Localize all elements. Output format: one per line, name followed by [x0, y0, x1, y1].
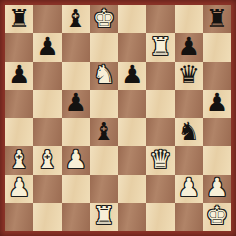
square-a7[interactable] [5, 33, 33, 61]
square-c2[interactable] [62, 175, 90, 203]
black-pawn-icon: ♟ [8, 62, 30, 87]
square-g7[interactable]: ♟ [175, 33, 203, 61]
black-rook-icon: ♜ [8, 6, 30, 31]
square-d7[interactable] [90, 33, 118, 61]
square-f5[interactable] [146, 90, 174, 118]
square-g2[interactable]: ♟ [175, 175, 203, 203]
square-c8[interactable]: ♝ [62, 5, 90, 33]
square-d5[interactable] [90, 90, 118, 118]
square-g4[interactable]: ♞ [175, 118, 203, 146]
square-g3[interactable] [175, 146, 203, 174]
square-e5[interactable] [118, 90, 146, 118]
square-e1[interactable] [118, 203, 146, 231]
square-b7[interactable]: ♟ [33, 33, 61, 61]
square-f8[interactable] [146, 5, 174, 33]
white-bishop-icon: ♝ [8, 147, 30, 172]
white-queen-icon: ♛ [149, 147, 171, 172]
square-g8[interactable] [175, 5, 203, 33]
black-bishop-icon: ♝ [93, 119, 115, 144]
square-f6[interactable] [146, 62, 174, 90]
black-pawn-icon: ♟ [64, 90, 86, 115]
black-knight-icon: ♞ [177, 119, 199, 144]
square-b8[interactable] [33, 5, 61, 33]
square-g6[interactable]: ♛ [175, 62, 203, 90]
chess-board-frame: ♜♝♚♜♟♜♟♟♞♟♛♟♟♝♞♝♝♟♛♟♟♟♜♚ [0, 0, 236, 236]
square-h8[interactable]: ♜ [203, 5, 231, 33]
white-king-icon: ♚ [206, 203, 228, 228]
white-bishop-icon: ♝ [36, 147, 58, 172]
square-a5[interactable] [5, 90, 33, 118]
square-d4[interactable]: ♝ [90, 118, 118, 146]
square-f2[interactable] [146, 175, 174, 203]
square-a1[interactable] [5, 203, 33, 231]
black-pawn-icon: ♟ [177, 34, 199, 59]
square-d3[interactable] [90, 146, 118, 174]
square-f3[interactable]: ♛ [146, 146, 174, 174]
square-d8[interactable]: ♚ [90, 5, 118, 33]
square-a4[interactable] [5, 118, 33, 146]
square-e7[interactable] [118, 33, 146, 61]
square-b3[interactable]: ♝ [33, 146, 61, 174]
square-h6[interactable] [203, 62, 231, 90]
black-queen-icon: ♛ [177, 62, 199, 87]
white-pawn-icon: ♟ [206, 175, 228, 200]
white-rook-icon: ♜ [93, 203, 115, 228]
square-c4[interactable] [62, 118, 90, 146]
white-king-icon: ♚ [93, 6, 115, 31]
square-c6[interactable] [62, 62, 90, 90]
square-h1[interactable]: ♚ [203, 203, 231, 231]
square-a2[interactable]: ♟ [5, 175, 33, 203]
square-c5[interactable]: ♟ [62, 90, 90, 118]
white-knight-icon: ♞ [93, 62, 115, 87]
black-pawn-icon: ♟ [206, 90, 228, 115]
white-pawn-icon: ♟ [177, 175, 199, 200]
square-e8[interactable] [118, 5, 146, 33]
square-b4[interactable] [33, 118, 61, 146]
square-b2[interactable] [33, 175, 61, 203]
square-f1[interactable] [146, 203, 174, 231]
square-b6[interactable] [33, 62, 61, 90]
square-a3[interactable]: ♝ [5, 146, 33, 174]
black-bishop-icon: ♝ [64, 6, 86, 31]
square-a6[interactable]: ♟ [5, 62, 33, 90]
white-pawn-icon: ♟ [64, 147, 86, 172]
white-rook-icon: ♜ [149, 34, 171, 59]
square-e6[interactable]: ♟ [118, 62, 146, 90]
square-c1[interactable] [62, 203, 90, 231]
square-d6[interactable]: ♞ [90, 62, 118, 90]
square-h7[interactable] [203, 33, 231, 61]
square-b1[interactable] [33, 203, 61, 231]
square-f7[interactable]: ♜ [146, 33, 174, 61]
black-pawn-icon: ♟ [36, 34, 58, 59]
white-pawn-icon: ♟ [8, 175, 30, 200]
square-d2[interactable] [90, 175, 118, 203]
square-h5[interactable]: ♟ [203, 90, 231, 118]
square-g1[interactable] [175, 203, 203, 231]
square-e2[interactable] [118, 175, 146, 203]
black-pawn-icon: ♟ [121, 62, 143, 87]
square-f4[interactable] [146, 118, 174, 146]
square-a8[interactable]: ♜ [5, 5, 33, 33]
square-b5[interactable] [33, 90, 61, 118]
square-h2[interactable]: ♟ [203, 175, 231, 203]
square-c7[interactable] [62, 33, 90, 61]
black-rook-icon: ♜ [206, 6, 228, 31]
square-h3[interactable] [203, 146, 231, 174]
chess-board: ♜♝♚♜♟♜♟♟♞♟♛♟♟♝♞♝♝♟♛♟♟♟♜♚ [5, 5, 231, 231]
square-c3[interactable]: ♟ [62, 146, 90, 174]
square-e4[interactable] [118, 118, 146, 146]
square-g5[interactable] [175, 90, 203, 118]
square-h4[interactable] [203, 118, 231, 146]
square-e3[interactable] [118, 146, 146, 174]
square-d1[interactable]: ♜ [90, 203, 118, 231]
